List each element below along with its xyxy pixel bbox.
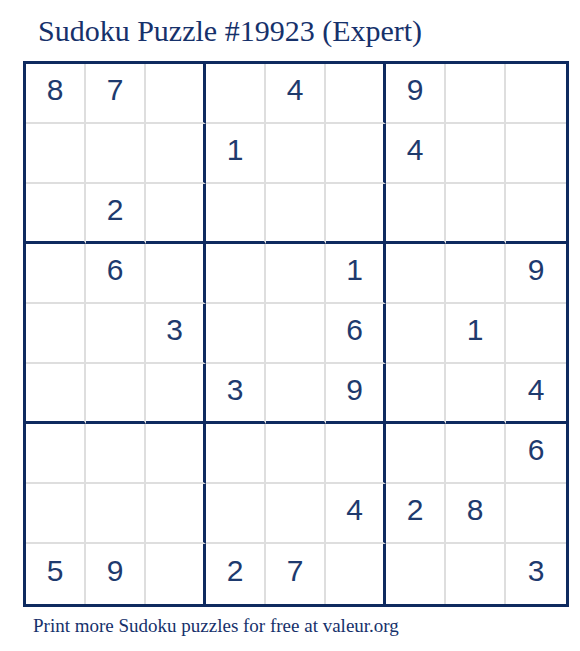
cell-r1c5: 4	[266, 64, 326, 124]
cell-r6c4: 3	[206, 364, 266, 424]
cell-r2c8	[446, 124, 506, 184]
cell-r7c8	[446, 424, 506, 484]
cell-r4c5	[266, 244, 326, 304]
cell-r1c4	[206, 64, 266, 124]
cell-r7c3	[146, 424, 206, 484]
cell-r5c2	[86, 304, 146, 364]
cell-r7c2	[86, 424, 146, 484]
cell-r9c8	[446, 544, 506, 604]
cell-r5c3: 3	[146, 304, 206, 364]
cell-r9c6	[326, 544, 386, 604]
cell-r9c3	[146, 544, 206, 604]
cell-r4c1	[26, 244, 86, 304]
cell-r5c7	[386, 304, 446, 364]
cell-r7c6	[326, 424, 386, 484]
cell-r4c3	[146, 244, 206, 304]
cell-r2c1	[26, 124, 86, 184]
cell-r6c3	[146, 364, 206, 424]
cell-r9c9: 3	[506, 544, 566, 604]
cell-r3c7	[386, 184, 446, 244]
cell-r1c1: 8	[26, 64, 86, 124]
cell-r5c8: 1	[446, 304, 506, 364]
cell-r7c5	[266, 424, 326, 484]
cell-r3c3	[146, 184, 206, 244]
cell-r1c9	[506, 64, 566, 124]
cell-r9c7	[386, 544, 446, 604]
cell-r6c2	[86, 364, 146, 424]
cell-r5c9	[506, 304, 566, 364]
cell-r4c4	[206, 244, 266, 304]
cell-r3c9	[506, 184, 566, 244]
cell-r4c2: 6	[86, 244, 146, 304]
page: Sudoku Puzzle #19923 (Expert) 8749142619…	[0, 0, 580, 651]
cell-r6c5	[266, 364, 326, 424]
cell-r6c6: 9	[326, 364, 386, 424]
cell-r8c8: 8	[446, 484, 506, 544]
cell-r4c6: 1	[326, 244, 386, 304]
cell-r3c5	[266, 184, 326, 244]
puzzle-title: Sudoku Puzzle #19923 (Expert)	[38, 12, 422, 50]
cell-r4c8	[446, 244, 506, 304]
cell-r1c3	[146, 64, 206, 124]
cell-r5c5	[266, 304, 326, 364]
cell-r2c2	[86, 124, 146, 184]
cell-r8c5	[266, 484, 326, 544]
cell-r2c3	[146, 124, 206, 184]
cell-r9c4: 2	[206, 544, 266, 604]
cell-r9c1: 5	[26, 544, 86, 604]
cell-r6c8	[446, 364, 506, 424]
cell-r8c1	[26, 484, 86, 544]
cell-r3c4	[206, 184, 266, 244]
cell-r8c4	[206, 484, 266, 544]
cell-r1c6	[326, 64, 386, 124]
cell-r2c5	[266, 124, 326, 184]
cell-r2c6	[326, 124, 386, 184]
cell-r2c4: 1	[206, 124, 266, 184]
cell-r7c9: 6	[506, 424, 566, 484]
cell-r3c6	[326, 184, 386, 244]
cell-r8c2	[86, 484, 146, 544]
cell-r9c2: 9	[86, 544, 146, 604]
cell-r2c9	[506, 124, 566, 184]
cell-r7c7	[386, 424, 446, 484]
cell-r5c1	[26, 304, 86, 364]
cell-r6c1	[26, 364, 86, 424]
cell-r3c1	[26, 184, 86, 244]
cell-r3c8	[446, 184, 506, 244]
cell-r4c7	[386, 244, 446, 304]
cell-r2c7: 4	[386, 124, 446, 184]
cell-r1c7: 9	[386, 64, 446, 124]
cell-r8c9	[506, 484, 566, 544]
cell-r7c1	[26, 424, 86, 484]
footer-text: Print more Sudoku puzzles for free at va…	[33, 614, 399, 638]
cell-r9c5: 7	[266, 544, 326, 604]
cell-r8c3	[146, 484, 206, 544]
cell-r6c7	[386, 364, 446, 424]
cell-r3c2: 2	[86, 184, 146, 244]
cell-r1c2: 7	[86, 64, 146, 124]
cell-r4c9: 9	[506, 244, 566, 304]
cell-r1c8	[446, 64, 506, 124]
cell-r6c9: 4	[506, 364, 566, 424]
cell-r8c7: 2	[386, 484, 446, 544]
cell-r5c6: 6	[326, 304, 386, 364]
cell-r5c4	[206, 304, 266, 364]
cell-r7c4	[206, 424, 266, 484]
sudoku-board: 8749142619361394642859273	[23, 61, 569, 607]
cell-r8c6: 4	[326, 484, 386, 544]
